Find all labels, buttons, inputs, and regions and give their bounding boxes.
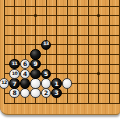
grid-line-horizontal: [4, 54, 121, 55]
move-number: 12: [1, 81, 7, 86]
stone-B5: 11: [9, 59, 19, 69]
stone-D5: 9: [30, 59, 40, 69]
grid-line-horizontal: [4, 6, 121, 7]
move-number: 13: [43, 42, 49, 47]
move-number: 11: [12, 62, 18, 67]
stone-E4: 5: [41, 69, 51, 79]
stone-A3: 12: [0, 78, 9, 88]
move-number: 7: [12, 80, 16, 86]
stone-E3: [41, 78, 51, 88]
stone-E2: 2: [41, 88, 51, 98]
star-point-K4: [97, 72, 100, 75]
stone-G3: [62, 78, 72, 88]
stone-D3: [30, 78, 40, 88]
move-number: 10: [12, 71, 18, 76]
star-point-K10: [97, 14, 100, 17]
stone-F2: 3: [51, 88, 61, 98]
grid-line-horizontal: [4, 103, 121, 105]
stone-C4: 4: [20, 69, 30, 79]
move-number: 1: [54, 80, 58, 86]
move-number: 3: [54, 90, 58, 96]
grid-line-horizontal: [4, 35, 121, 36]
move-number: 2: [44, 90, 48, 96]
stone-B2: 8: [9, 88, 19, 98]
grid-line-horizontal: [4, 44, 121, 45]
stone-C2: [20, 88, 30, 98]
grid-line-horizontal: [4, 25, 121, 26]
go-diagram-screenshot: 12871011469251331: [0, 0, 120, 120]
stone-D2: [30, 88, 40, 98]
move-number: 9: [33, 61, 37, 67]
stone-B3: 7: [9, 78, 19, 88]
star-point-D10: [34, 14, 37, 17]
stone-C3: [20, 78, 30, 88]
stone-C5: 6: [20, 59, 30, 69]
move-number: 5: [44, 71, 48, 77]
move-number: 8: [12, 90, 16, 96]
stone-F3: 1: [51, 78, 61, 88]
grid-line-horizontal: [4, 15, 121, 16]
stone-B4: 10: [9, 69, 19, 79]
move-number: 4: [23, 71, 27, 77]
stone-D6: [30, 49, 40, 59]
stone-D4: [30, 69, 40, 79]
stone-E7: 13: [41, 40, 51, 50]
go-board: 12871011469251331: [0, 0, 120, 115]
move-number: 6: [23, 61, 27, 67]
